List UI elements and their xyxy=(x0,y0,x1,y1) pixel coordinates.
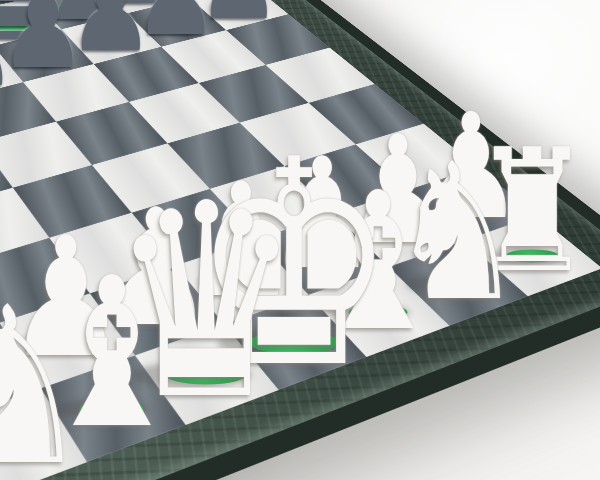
piece-white-knight-b1[interactable]: ♞ xyxy=(0,278,91,480)
piece-black-pawn-d7[interactable]: ♟ xyxy=(0,0,17,105)
chess-set-photo-scene: ♞♝♛♚♝♞♜♟♟♟♟♟♟♟♟♟♟♟♟♛♚♝♞♜ xyxy=(0,0,600,480)
